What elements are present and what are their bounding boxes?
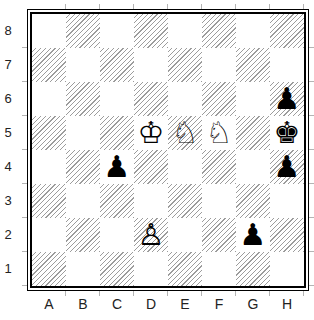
square-b5 (66, 116, 100, 150)
rank-label-7: 7 (0, 48, 16, 82)
rank-label-2: 2 (0, 218, 16, 252)
square-e6 (168, 82, 202, 116)
square-b3 (66, 184, 100, 218)
rank-label-1: 1 (0, 252, 16, 286)
square-a1 (32, 252, 66, 286)
square-c2 (100, 218, 134, 252)
board-frame: ♟♔♘♘♚♟♟♙♟ (27, 9, 309, 291)
square-g5 (236, 116, 270, 150)
rank-label-3: 3 (0, 184, 16, 218)
square-d1 (134, 252, 168, 286)
black-pawn-g2: ♟ (240, 218, 267, 252)
square-g6 (236, 82, 270, 116)
square-h7 (270, 48, 304, 82)
rank-label-4: 4 (0, 150, 16, 184)
square-g4 (236, 150, 270, 184)
square-g3 (236, 184, 270, 218)
rank-label-5: 5 (0, 116, 16, 150)
file-labels: ABCDEFGH (32, 292, 304, 316)
square-b1 (66, 252, 100, 286)
square-c1 (100, 252, 134, 286)
square-b8 (66, 14, 100, 48)
square-b7 (66, 48, 100, 82)
square-d5: ♔ (134, 116, 168, 150)
square-d2: ♙ (134, 218, 168, 252)
square-e8 (168, 14, 202, 48)
square-h1 (270, 252, 304, 286)
square-d4 (134, 150, 168, 184)
file-label-c: C (100, 292, 134, 316)
black-pawn-h6: ♟ (274, 82, 301, 116)
square-f4 (202, 150, 236, 184)
square-d8 (134, 14, 168, 48)
tick-marks-right (309, 14, 314, 287)
square-g1 (236, 252, 270, 286)
square-h6: ♟ (270, 82, 304, 116)
file-label-b: B (66, 292, 100, 316)
file-label-h: H (270, 292, 304, 316)
square-e7 (168, 48, 202, 82)
square-a5 (32, 116, 66, 150)
chess-diagram: 87654321 ♟♔♘♘♚♟♟♙♟ ABCDEFGH (0, 0, 314, 320)
board-inner-border: ♟♔♘♘♚♟♟♙♟ (30, 12, 306, 288)
square-e2 (168, 218, 202, 252)
square-a8 (32, 14, 66, 48)
square-h2 (270, 218, 304, 252)
square-b2 (66, 218, 100, 252)
file-label-a: A (32, 292, 66, 316)
square-h8 (270, 14, 304, 48)
square-g2: ♟ (236, 218, 270, 252)
square-h4: ♟ (270, 150, 304, 184)
square-f2 (202, 218, 236, 252)
square-c3 (100, 184, 134, 218)
square-d3 (134, 184, 168, 218)
file-label-g: G (236, 292, 270, 316)
square-d7 (134, 48, 168, 82)
white-knight-f5: ♘ (206, 116, 233, 150)
square-f7 (202, 48, 236, 82)
square-a3 (32, 184, 66, 218)
chess-board: ♟♔♘♘♚♟♟♙♟ (32, 14, 304, 286)
square-a4 (32, 150, 66, 184)
square-e1 (168, 252, 202, 286)
rank-labels: 87654321 (0, 14, 16, 286)
square-f5: ♘ (202, 116, 236, 150)
square-b6 (66, 82, 100, 116)
square-c5 (100, 116, 134, 150)
square-c8 (100, 14, 134, 48)
square-g8 (236, 14, 270, 48)
black-king-h5: ♚ (274, 116, 301, 150)
square-f3 (202, 184, 236, 218)
square-a2 (32, 218, 66, 252)
square-g7 (236, 48, 270, 82)
square-d6 (134, 82, 168, 116)
white-pawn-d2: ♙ (138, 218, 165, 252)
square-c4: ♟ (100, 150, 134, 184)
black-pawn-c4: ♟ (104, 150, 131, 184)
rank-label-8: 8 (0, 14, 16, 48)
file-label-d: D (134, 292, 168, 316)
white-knight-e5: ♘ (172, 116, 199, 150)
square-e4 (168, 150, 202, 184)
square-h3 (270, 184, 304, 218)
file-label-e: E (168, 292, 202, 316)
square-e5: ♘ (168, 116, 202, 150)
square-a7 (32, 48, 66, 82)
rank-label-6: 6 (0, 82, 16, 116)
square-f1 (202, 252, 236, 286)
white-king-d5: ♔ (138, 116, 165, 150)
square-c6 (100, 82, 134, 116)
square-a6 (32, 82, 66, 116)
square-f6 (202, 82, 236, 116)
square-c7 (100, 48, 134, 82)
square-e3 (168, 184, 202, 218)
square-f8 (202, 14, 236, 48)
square-h5: ♚ (270, 116, 304, 150)
file-label-f: F (202, 292, 236, 316)
square-b4 (66, 150, 100, 184)
black-pawn-h4: ♟ (274, 150, 301, 184)
